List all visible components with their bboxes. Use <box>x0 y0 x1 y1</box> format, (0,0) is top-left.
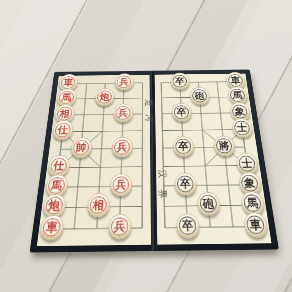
piece-character: 卒 <box>176 107 186 116</box>
board-point: 卒 <box>176 216 200 238</box>
piece-black-士[interactable]: 士 <box>231 118 254 138</box>
piece-character: 相 <box>92 199 104 211</box>
piece-character: 象 <box>243 177 255 188</box>
piece-black-將[interactable]: 將 <box>213 135 236 156</box>
board-point: 兵 <box>110 176 132 196</box>
piece-grid: 車馬相仕帥仕馬炮車炮相兵兵兵兵兵卒卒卒卒卒砲砲將車馬象士士象馬車 <box>39 74 269 240</box>
piece-character: 卒 <box>178 141 189 151</box>
piece-red-兵[interactable]: 兵 <box>113 103 133 122</box>
piece-character: 卒 <box>180 178 191 189</box>
board-point: 兵 <box>114 76 133 91</box>
piece-character: 卒 <box>175 77 185 86</box>
piece-black-卒[interactable]: 卒 <box>173 136 194 157</box>
piece-character: 兵 <box>117 142 128 152</box>
piece-character: 炮 <box>48 200 60 212</box>
board-point: 砲 <box>197 195 221 216</box>
piece-character: 砲 <box>194 91 204 100</box>
piece-character: 仕 <box>53 160 65 171</box>
piece-character: 卒 <box>182 219 194 232</box>
board-point: 相 <box>86 197 109 218</box>
piece-character: 砲 <box>202 198 214 210</box>
piece-character: 兵 <box>119 77 129 86</box>
photo-scene: 楚河汉界 車馬相仕帥仕馬炮車炮相兵兵兵兵兵卒卒卒卒卒砲砲將車馬象士士象馬車 <box>0 0 292 292</box>
piece-character: 兵 <box>115 179 126 190</box>
board-point: 車 <box>39 218 64 240</box>
board-point: 卒 <box>171 105 191 122</box>
piece-character: 馬 <box>246 197 259 209</box>
piece-black-砲[interactable]: 砲 <box>197 192 221 216</box>
board-point: 卒 <box>174 176 197 196</box>
board-point: 士 <box>231 121 253 138</box>
piece-black-車[interactable]: 車 <box>242 212 268 237</box>
board-point: 車 <box>243 216 269 238</box>
piece-character: 相 <box>59 109 70 118</box>
board-point: 兵 <box>113 106 133 123</box>
piece-character: 馬 <box>50 179 62 190</box>
board-point: 卒 <box>173 139 194 157</box>
piece-red-兵[interactable]: 兵 <box>114 73 133 90</box>
piece-character: 車 <box>230 76 240 85</box>
piece-character: 車 <box>249 218 262 231</box>
piece-red-仕[interactable]: 仕 <box>52 120 74 140</box>
piece-red-相[interactable]: 相 <box>86 193 109 217</box>
piece-character: 帥 <box>76 142 87 152</box>
board-point: 砲 <box>190 90 210 106</box>
piece-black-卒[interactable]: 卒 <box>174 172 197 195</box>
board-point: 卒 <box>170 75 189 90</box>
piece-character: 車 <box>45 221 58 234</box>
xiangqi-board: 楚河汉界 車馬相仕帥仕馬炮車炮相兵兵兵兵兵卒卒卒卒卒砲砲將車馬象士士象馬車 <box>30 70 279 253</box>
piece-character: 象 <box>234 107 245 116</box>
piece-red-兵[interactable]: 兵 <box>111 137 132 158</box>
piece-character: 仕 <box>57 125 68 135</box>
piece-character: 馬 <box>61 93 72 102</box>
piece-red-帥[interactable]: 帥 <box>70 137 92 158</box>
piece-character: 士 <box>241 158 253 169</box>
piece-character: 車 <box>63 78 73 87</box>
board-point: 炮 <box>94 91 114 107</box>
piece-black-卒[interactable]: 卒 <box>170 72 189 89</box>
piece-black-卒[interactable]: 卒 <box>171 103 191 122</box>
board-point: 兵 <box>111 140 132 158</box>
board-point: 仕 <box>52 123 74 140</box>
piece-red-兵[interactable]: 兵 <box>108 214 131 239</box>
piece-black-砲[interactable]: 砲 <box>189 87 209 105</box>
board-point: 帥 <box>70 140 92 158</box>
piece-character: 兵 <box>118 108 128 117</box>
piece-red-兵[interactable]: 兵 <box>110 173 132 196</box>
piece-character: 將 <box>218 140 229 150</box>
board-point: 將 <box>213 138 235 156</box>
piece-character: 馬 <box>232 91 243 100</box>
piece-character: 炮 <box>99 93 109 102</box>
piece-character: 士 <box>236 123 247 133</box>
piece-character: 兵 <box>114 220 126 233</box>
board-point: 兵 <box>108 217 131 239</box>
piece-red-炮[interactable]: 炮 <box>94 88 114 106</box>
piece-black-卒[interactable]: 卒 <box>176 213 200 238</box>
piece-red-車[interactable]: 車 <box>39 214 64 239</box>
